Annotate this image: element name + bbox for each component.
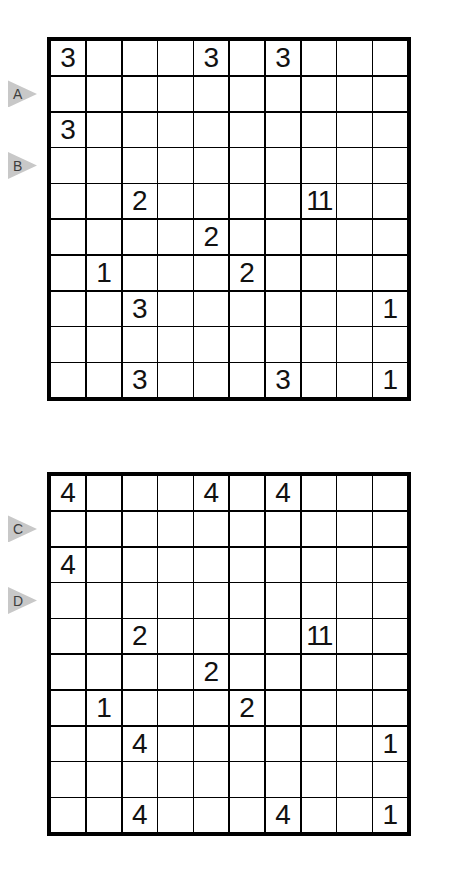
clue-cell-r10c7: 3 <box>266 363 300 397</box>
empty-cell-r3c7[interactable] <box>266 548 300 582</box>
empty-cell-r8c6[interactable] <box>230 292 264 326</box>
empty-cell-r2c2[interactable] <box>87 512 121 546</box>
empty-cell-r9c8[interactable] <box>302 762 336 796</box>
clue-cell-r7c6: 2 <box>230 691 264 725</box>
empty-cell-r4c9[interactable] <box>337 148 371 182</box>
empty-cell-r6c7[interactable] <box>266 655 300 689</box>
empty-cell-r9c2[interactable] <box>87 327 121 361</box>
empty-cell-r9c8[interactable] <box>302 327 336 361</box>
empty-cell-r9c1[interactable] <box>51 762 85 796</box>
tapa-board-bottom: 444421121241441 <box>47 472 411 836</box>
empty-cell-r3c3[interactable] <box>123 113 157 147</box>
empty-cell-r7c10[interactable] <box>373 256 407 290</box>
empty-cell-r9c6[interactable] <box>230 327 264 361</box>
empty-cell-r10c9[interactable] <box>337 363 371 397</box>
empty-cell-r2c3[interactable] <box>123 512 157 546</box>
empty-cell-r3c6[interactable] <box>230 548 264 582</box>
empty-cell-r1c9[interactable] <box>337 41 371 75</box>
clue-cell-r5c3: 2 <box>123 619 157 653</box>
row-marker-arrow-C: C <box>8 515 37 542</box>
empty-cell-r2c1[interactable] <box>51 77 85 111</box>
clue-cell-r1c7: 4 <box>266 476 300 510</box>
empty-cell-r6c8[interactable] <box>302 655 336 689</box>
empty-cell-r6c9[interactable] <box>337 220 371 254</box>
empty-cell-r5c10[interactable] <box>373 619 407 653</box>
empty-cell-r2c5[interactable] <box>194 512 228 546</box>
empty-cell-r4c10[interactable] <box>373 148 407 182</box>
empty-cell-r10c6[interactable] <box>230 798 264 832</box>
clue-cell-r10c7: 4 <box>266 798 300 832</box>
empty-cell-r6c2[interactable] <box>87 655 121 689</box>
clue-cell-r8c10: 1 <box>373 292 407 326</box>
empty-cell-r8c8[interactable] <box>302 727 336 761</box>
empty-cell-r8c5[interactable] <box>194 727 228 761</box>
empty-cell-r10c6[interactable] <box>230 363 264 397</box>
empty-cell-r2c7[interactable] <box>266 77 300 111</box>
empty-cell-r4c4[interactable] <box>158 148 192 182</box>
empty-cell-r3c2[interactable] <box>87 548 121 582</box>
empty-cell-r5c10[interactable] <box>373 184 407 218</box>
empty-cell-r9c3[interactable] <box>123 762 157 796</box>
empty-cell-r1c6[interactable] <box>230 476 264 510</box>
empty-cell-r2c2[interactable] <box>87 77 121 111</box>
empty-cell-r9c2[interactable] <box>87 762 121 796</box>
clue-cell-r1c7: 3 <box>266 41 300 75</box>
arrow-label: A <box>13 86 22 102</box>
clue-cell-r8c3: 3 <box>123 292 157 326</box>
empty-cell-r3c2[interactable] <box>87 113 121 147</box>
empty-cell-r9c4[interactable] <box>158 762 192 796</box>
empty-cell-r7c3[interactable] <box>123 256 157 290</box>
empty-cell-r5c2[interactable] <box>87 184 121 218</box>
empty-cell-r6c1[interactable] <box>51 655 85 689</box>
empty-cell-r4c4[interactable] <box>158 583 192 617</box>
empty-cell-r1c2[interactable] <box>87 41 121 75</box>
empty-cell-r3c9[interactable] <box>337 548 371 582</box>
clue-cell-r1c5: 3 <box>194 41 228 75</box>
empty-cell-r3c6[interactable] <box>230 113 264 147</box>
empty-cell-r1c8[interactable] <box>302 41 336 75</box>
empty-cell-r2c10[interactable] <box>373 512 407 546</box>
empty-cell-r7c7[interactable] <box>266 256 300 290</box>
empty-cell-r1c10[interactable] <box>373 476 407 510</box>
empty-cell-r6c4[interactable] <box>158 220 192 254</box>
empty-cell-r7c5[interactable] <box>194 256 228 290</box>
empty-cell-r9c7[interactable] <box>266 327 300 361</box>
empty-cell-r6c6[interactable] <box>230 220 264 254</box>
empty-cell-r8c9[interactable] <box>337 727 371 761</box>
empty-cell-r7c5[interactable] <box>194 691 228 725</box>
empty-cell-r6c1[interactable] <box>51 220 85 254</box>
empty-cell-r7c8[interactable] <box>302 256 336 290</box>
empty-cell-r3c5[interactable] <box>194 113 228 147</box>
empty-cell-r9c5[interactable] <box>194 762 228 796</box>
clue-cell-r8c3: 4 <box>123 727 157 761</box>
empty-cell-r6c4[interactable] <box>158 655 192 689</box>
empty-cell-r7c3[interactable] <box>123 691 157 725</box>
row-marker-arrow-A: A <box>8 80 37 107</box>
empty-cell-r3c10[interactable] <box>373 113 407 147</box>
empty-cell-r7c8[interactable] <box>302 691 336 725</box>
empty-cell-r3c10[interactable] <box>373 548 407 582</box>
empty-cell-r4c9[interactable] <box>337 583 371 617</box>
empty-cell-r8c1[interactable] <box>51 727 85 761</box>
clue-cell-r3c1: 4 <box>51 548 85 582</box>
empty-cell-r6c9[interactable] <box>337 655 371 689</box>
clue-cell-r5c8: 11 <box>302 184 336 218</box>
empty-cell-r2c4[interactable] <box>158 77 192 111</box>
empty-cell-r3c4[interactable] <box>158 548 192 582</box>
empty-cell-r10c1[interactable] <box>51 798 85 832</box>
empty-cell-r3c5[interactable] <box>194 548 228 582</box>
empty-cell-r10c4[interactable] <box>158 363 192 397</box>
empty-cell-r7c4[interactable] <box>158 691 192 725</box>
empty-cell-r4c6[interactable] <box>230 148 264 182</box>
empty-cell-r2c6[interactable] <box>230 77 264 111</box>
tapa-board-top: 333321121231331 <box>47 37 411 401</box>
clue-cell-r6c5: 2 <box>194 220 228 254</box>
arrow-label: C <box>13 521 23 537</box>
empty-cell-r1c8[interactable] <box>302 476 336 510</box>
empty-cell-r10c5[interactable] <box>194 798 228 832</box>
empty-cell-r8c4[interactable] <box>158 292 192 326</box>
empty-cell-r4c5[interactable] <box>194 583 228 617</box>
empty-cell-r2c6[interactable] <box>230 512 264 546</box>
empty-cell-r2c7[interactable] <box>266 512 300 546</box>
empty-cell-r2c3[interactable] <box>123 77 157 111</box>
empty-cell-r2c5[interactable] <box>194 77 228 111</box>
empty-cell-r1c10[interactable] <box>373 41 407 75</box>
empty-cell-r10c2[interactable] <box>87 798 121 832</box>
clue-cell-r8c10: 1 <box>373 727 407 761</box>
empty-cell-r6c2[interactable] <box>87 220 121 254</box>
empty-cell-r10c2[interactable] <box>87 363 121 397</box>
empty-cell-r4c7[interactable] <box>266 583 300 617</box>
clue-cell-r6c5: 2 <box>194 655 228 689</box>
empty-cell-r6c7[interactable] <box>266 220 300 254</box>
arrow-label: D <box>13 592 23 608</box>
empty-cell-r1c9[interactable] <box>337 476 371 510</box>
empty-cell-r9c10[interactable] <box>373 762 407 796</box>
empty-cell-r3c8[interactable] <box>302 113 336 147</box>
empty-cell-r5c4[interactable] <box>158 184 192 218</box>
empty-cell-r7c1[interactable] <box>51 256 85 290</box>
empty-cell-r9c4[interactable] <box>158 327 192 361</box>
empty-cell-r5c7[interactable] <box>266 184 300 218</box>
empty-cell-r3c9[interactable] <box>337 113 371 147</box>
empty-cell-r8c1[interactable] <box>51 292 85 326</box>
clue-cell-r10c3: 3 <box>123 363 157 397</box>
empty-cell-r1c3[interactable] <box>123 41 157 75</box>
clue-cell-r7c2: 1 <box>87 691 121 725</box>
empty-cell-r10c4[interactable] <box>158 798 192 832</box>
empty-cell-r5c5[interactable] <box>194 184 228 218</box>
clue-cell-r10c3: 4 <box>123 798 157 832</box>
row-marker-arrow-B: B <box>8 152 37 179</box>
clue-cell-r1c1: 4 <box>51 476 85 510</box>
row-marker-arrow-D: D <box>8 587 37 614</box>
empty-cell-r3c7[interactable] <box>266 113 300 147</box>
empty-cell-r4c6[interactable] <box>230 583 264 617</box>
empty-cell-r7c1[interactable] <box>51 691 85 725</box>
empty-cell-r8c9[interactable] <box>337 292 371 326</box>
empty-cell-r9c10[interactable] <box>373 327 407 361</box>
empty-cell-r6c8[interactable] <box>302 220 336 254</box>
empty-cell-r4c10[interactable] <box>373 583 407 617</box>
empty-cell-r3c4[interactable] <box>158 113 192 147</box>
empty-cell-r2c9[interactable] <box>337 512 371 546</box>
empty-cell-r9c9[interactable] <box>337 762 371 796</box>
empty-cell-r7c9[interactable] <box>337 691 371 725</box>
clue-cell-r1c1: 3 <box>51 41 85 75</box>
clue-cell-r5c3: 2 <box>123 184 157 218</box>
empty-cell-r10c1[interactable] <box>51 363 85 397</box>
empty-cell-r1c4[interactable] <box>158 41 192 75</box>
clue-cell-r5c8: 11 <box>302 619 336 653</box>
empty-cell-r4c3[interactable] <box>123 583 157 617</box>
empty-cell-r6c3[interactable] <box>123 655 157 689</box>
empty-cell-r10c8[interactable] <box>302 798 336 832</box>
empty-cell-r8c7[interactable] <box>266 727 300 761</box>
empty-cell-r5c7[interactable] <box>266 619 300 653</box>
empty-cell-r8c2[interactable] <box>87 292 121 326</box>
empty-cell-r5c5[interactable] <box>194 619 228 653</box>
empty-cell-r8c5[interactable] <box>194 292 228 326</box>
empty-cell-r8c2[interactable] <box>87 727 121 761</box>
empty-cell-r1c3[interactable] <box>123 476 157 510</box>
empty-cell-r4c2[interactable] <box>87 148 121 182</box>
empty-cell-r10c9[interactable] <box>337 798 371 832</box>
empty-cell-r10c8[interactable] <box>302 363 336 397</box>
empty-cell-r5c2[interactable] <box>87 619 121 653</box>
empty-cell-r4c5[interactable] <box>194 148 228 182</box>
empty-cell-r8c8[interactable] <box>302 292 336 326</box>
empty-cell-r4c8[interactable] <box>302 583 336 617</box>
empty-cell-r1c6[interactable] <box>230 41 264 75</box>
clue-cell-r1c5: 4 <box>194 476 228 510</box>
empty-cell-r4c7[interactable] <box>266 148 300 182</box>
empty-cell-r9c5[interactable] <box>194 327 228 361</box>
empty-cell-r9c7[interactable] <box>266 762 300 796</box>
clue-cell-r7c6: 2 <box>230 256 264 290</box>
empty-cell-r2c9[interactable] <box>337 77 371 111</box>
empty-cell-r6c3[interactable] <box>123 220 157 254</box>
empty-cell-r4c3[interactable] <box>123 148 157 182</box>
empty-cell-r8c7[interactable] <box>266 292 300 326</box>
empty-cell-r8c4[interactable] <box>158 727 192 761</box>
empty-cell-r2c8[interactable] <box>302 512 336 546</box>
empty-cell-r10c5[interactable] <box>194 363 228 397</box>
empty-cell-r6c10[interactable] <box>373 655 407 689</box>
clue-cell-r3c1: 3 <box>51 113 85 147</box>
empty-cell-r2c1[interactable] <box>51 512 85 546</box>
empty-cell-r5c9[interactable] <box>337 619 371 653</box>
clue-cell-r10c10: 1 <box>373 798 407 832</box>
clue-cell-r7c2: 1 <box>87 256 121 290</box>
empty-cell-r4c1[interactable] <box>51 583 85 617</box>
empty-cell-r9c6[interactable] <box>230 762 264 796</box>
empty-cell-r1c4[interactable] <box>158 476 192 510</box>
empty-cell-r2c4[interactable] <box>158 512 192 546</box>
empty-cell-r6c6[interactable] <box>230 655 264 689</box>
empty-cell-r7c10[interactable] <box>373 691 407 725</box>
empty-cell-r3c8[interactable] <box>302 548 336 582</box>
clue-cell-r10c10: 1 <box>373 363 407 397</box>
empty-cell-r5c1[interactable] <box>51 619 85 653</box>
empty-cell-r7c9[interactable] <box>337 256 371 290</box>
empty-cell-r3c3[interactable] <box>123 548 157 582</box>
empty-cell-r9c9[interactable] <box>337 327 371 361</box>
empty-cell-r6c10[interactable] <box>373 220 407 254</box>
empty-cell-r9c1[interactable] <box>51 327 85 361</box>
empty-cell-r5c1[interactable] <box>51 184 85 218</box>
empty-cell-r4c1[interactable] <box>51 148 85 182</box>
puzzle-page: 333321121231331 444421121241441 ABCD <box>0 0 459 875</box>
empty-cell-r2c8[interactable] <box>302 77 336 111</box>
empty-cell-r2c10[interactable] <box>373 77 407 111</box>
empty-cell-r4c2[interactable] <box>87 583 121 617</box>
empty-cell-r5c6[interactable] <box>230 184 264 218</box>
empty-cell-r4c8[interactable] <box>302 148 336 182</box>
empty-cell-r7c7[interactable] <box>266 691 300 725</box>
empty-cell-r8c6[interactable] <box>230 727 264 761</box>
empty-cell-r5c6[interactable] <box>230 619 264 653</box>
arrow-label: B <box>13 157 22 173</box>
empty-cell-r9c3[interactable] <box>123 327 157 361</box>
empty-cell-r1c2[interactable] <box>87 476 121 510</box>
empty-cell-r7c4[interactable] <box>158 256 192 290</box>
empty-cell-r5c4[interactable] <box>158 619 192 653</box>
empty-cell-r5c9[interactable] <box>337 184 371 218</box>
